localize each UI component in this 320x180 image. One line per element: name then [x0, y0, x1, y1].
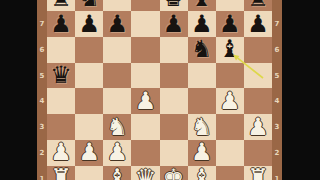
- square-e8[interactable]: ♚: [160, 0, 188, 11]
- square-e2[interactable]: [160, 140, 188, 166]
- rank-label-left-3: 3: [37, 123, 47, 131]
- rank-label-right-3: 3: [272, 123, 282, 131]
- rank-label-left-6: 6: [37, 46, 47, 54]
- piece-black-knight: ♞: [191, 36, 213, 63]
- square-e3[interactable]: [160, 114, 188, 140]
- piece-black-pawn: ♟: [191, 11, 213, 38]
- square-d2[interactable]: [131, 140, 159, 166]
- rank-label-left-7: 7: [37, 20, 47, 28]
- piece-black-bishop: ♝: [219, 36, 241, 63]
- square-f8[interactable]: ♝: [188, 0, 216, 11]
- square-d8[interactable]: [131, 0, 159, 11]
- piece-black-pawn: ♟: [219, 11, 241, 38]
- square-h1[interactable]: ♜: [244, 166, 272, 180]
- square-c3[interactable]: ♞: [103, 114, 131, 140]
- square-g8[interactable]: [216, 0, 244, 11]
- square-g1[interactable]: [216, 166, 244, 180]
- piece-black-bishop: ♝: [191, 0, 213, 12]
- square-g2[interactable]: [216, 140, 244, 166]
- rank-label-right-6: 6: [272, 46, 282, 54]
- piece-black-queen: ♛: [50, 62, 72, 89]
- square-g3[interactable]: [216, 114, 244, 140]
- square-e7[interactable]: ♟: [160, 11, 188, 37]
- piece-black-pawn: ♟: [78, 11, 100, 38]
- square-f2[interactable]: ♟: [188, 140, 216, 166]
- square-e1[interactable]: ♚: [160, 166, 188, 180]
- right-letterbox-bar: [282, 0, 320, 180]
- piece-white-pawn: ♟: [135, 88, 157, 115]
- piece-white-pawn: ♟: [107, 139, 129, 166]
- square-e5[interactable]: [160, 63, 188, 89]
- piece-white-bishop: ♝: [107, 165, 129, 180]
- rank-label-right-7: 7: [272, 20, 282, 28]
- square-f6[interactable]: ♞: [188, 37, 216, 63]
- square-b3[interactable]: [75, 114, 103, 140]
- piece-black-pawn: ♟: [107, 11, 129, 38]
- square-e4[interactable]: [160, 88, 188, 114]
- square-b8[interactable]: ♞: [75, 0, 103, 11]
- square-c5[interactable]: [103, 63, 131, 89]
- square-b2[interactable]: ♟: [75, 140, 103, 166]
- piece-white-pawn: ♟: [247, 114, 269, 141]
- square-a1[interactable]: ♜: [47, 166, 75, 180]
- piece-white-knight: ♞: [191, 114, 213, 141]
- square-h8[interactable]: ♜: [244, 0, 272, 11]
- square-a4[interactable]: [47, 88, 75, 114]
- square-b5[interactable]: [75, 63, 103, 89]
- square-a5[interactable]: ♛: [47, 63, 75, 89]
- square-c8[interactable]: [103, 0, 131, 11]
- square-g6[interactable]: ♝: [216, 37, 244, 63]
- piece-black-pawn: ♟: [50, 11, 72, 38]
- square-f1[interactable]: ♝: [188, 166, 216, 180]
- piece-white-bishop: ♝: [191, 165, 213, 180]
- square-f7[interactable]: ♟: [188, 11, 216, 37]
- square-f3[interactable]: ♞: [188, 114, 216, 140]
- piece-white-pawn: ♟: [50, 139, 72, 166]
- square-b6[interactable]: [75, 37, 103, 63]
- square-h6[interactable]: [244, 37, 272, 63]
- square-c6[interactable]: [103, 37, 131, 63]
- square-f5[interactable]: [188, 63, 216, 89]
- piece-white-rook: ♜: [247, 165, 269, 180]
- square-h5[interactable]: [244, 63, 272, 89]
- left-letterbox-bar: [0, 0, 37, 180]
- square-b7[interactable]: ♟: [75, 11, 103, 37]
- piece-black-rook: ♜: [50, 0, 72, 12]
- square-g5[interactable]: [216, 63, 244, 89]
- rank-label-left-8: 8: [37, 0, 47, 2]
- piece-white-pawn: ♟: [219, 88, 241, 115]
- piece-black-knight: ♞: [78, 0, 100, 12]
- rank-label-right-4: 4: [272, 97, 282, 105]
- piece-white-pawn: ♟: [78, 139, 100, 166]
- square-h4[interactable]: [244, 88, 272, 114]
- square-g7[interactable]: ♟: [216, 11, 244, 37]
- piece-white-king: ♚: [163, 165, 185, 180]
- piece-white-queen: ♛: [135, 165, 157, 180]
- square-h7[interactable]: ♟: [244, 11, 272, 37]
- square-d4[interactable]: ♟: [131, 88, 159, 114]
- square-c1[interactable]: ♝: [103, 166, 131, 180]
- piece-white-knight: ♞: [107, 114, 129, 141]
- square-c4[interactable]: [103, 88, 131, 114]
- piece-black-rook: ♜: [247, 0, 269, 12]
- square-c2[interactable]: ♟: [103, 140, 131, 166]
- board: ♜♞♚♝♜♟♟♟♟♟♟♟♞♝♛♟♟♞♞♟♟♟♟♟♜♝♛♚♝♜: [47, 0, 272, 180]
- square-b4[interactable]: [75, 88, 103, 114]
- rank-label-right-1: 1: [272, 175, 282, 180]
- square-d1[interactable]: ♛: [131, 166, 159, 180]
- piece-white-pawn: ♟: [191, 139, 213, 166]
- rank-label-left-1: 1: [37, 175, 47, 180]
- rank-label-right-5: 5: [272, 72, 282, 80]
- square-a7[interactable]: ♟: [47, 11, 75, 37]
- video-frame: ♜♞♚♝♜♟♟♟♟♟♟♟♞♝♛♟♟♞♞♟♟♟♟♟♜♝♛♚♝♜ 887766554…: [0, 0, 320, 180]
- piece-white-rook: ♜: [50, 165, 72, 180]
- square-a8[interactable]: ♜: [47, 0, 75, 11]
- rank-label-right-8: 8: [272, 0, 282, 2]
- square-a2[interactable]: ♟: [47, 140, 75, 166]
- square-d3[interactable]: [131, 114, 159, 140]
- rank-label-left-2: 2: [37, 149, 47, 157]
- square-d7[interactable]: [131, 11, 159, 37]
- square-d5[interactable]: [131, 63, 159, 89]
- square-a6[interactable]: [47, 37, 75, 63]
- square-h3[interactable]: ♟: [244, 114, 272, 140]
- square-f4[interactable]: [188, 88, 216, 114]
- square-c7[interactable]: ♟: [103, 11, 131, 37]
- square-a3[interactable]: [47, 114, 75, 140]
- square-b1[interactable]: [75, 166, 103, 180]
- rank-label-left-4: 4: [37, 97, 47, 105]
- square-g4[interactable]: ♟: [216, 88, 244, 114]
- square-h2[interactable]: [244, 140, 272, 166]
- piece-black-pawn: ♟: [247, 11, 269, 38]
- piece-black-king: ♚: [163, 0, 185, 12]
- piece-black-pawn: ♟: [163, 11, 185, 38]
- rank-label-left-5: 5: [37, 72, 47, 80]
- rank-label-right-2: 2: [272, 149, 282, 157]
- square-d6[interactable]: [131, 37, 159, 63]
- square-e6[interactable]: [160, 37, 188, 63]
